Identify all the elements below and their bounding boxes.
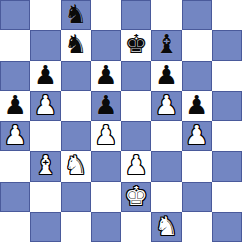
black-king-icon: ♚	[124, 30, 147, 59]
square-e6[interactable]	[121, 61, 151, 91]
square-h3[interactable]	[212, 151, 242, 181]
black-knight-icon: ♞	[64, 30, 87, 59]
square-f5[interactable]: ♟	[151, 91, 181, 121]
square-e8[interactable]	[121, 0, 151, 30]
white-pawn-icon: ♟	[124, 151, 147, 180]
square-c4[interactable]	[61, 121, 91, 151]
square-c2[interactable]	[61, 182, 91, 212]
white-pawn-icon: ♟	[34, 91, 57, 120]
white-pawn-icon: ♟	[94, 121, 117, 150]
square-e1[interactable]	[121, 212, 151, 242]
square-a2[interactable]	[0, 182, 30, 212]
square-b6[interactable]: ♟	[30, 61, 60, 91]
square-h7[interactable]	[212, 30, 242, 60]
black-bishop-icon: ♝	[155, 30, 178, 59]
square-b4[interactable]	[30, 121, 60, 151]
square-c7[interactable]: ♞	[61, 30, 91, 60]
square-g6[interactable]	[182, 61, 212, 91]
black-pawn-icon: ♟	[155, 61, 178, 90]
square-h8[interactable]	[212, 0, 242, 30]
square-b7[interactable]	[30, 30, 60, 60]
square-f3[interactable]	[151, 151, 181, 181]
square-f4[interactable]	[151, 121, 181, 151]
square-e3[interactable]: ♟	[121, 151, 151, 181]
square-e2[interactable]: ♚	[121, 182, 151, 212]
black-pawn-icon: ♟	[34, 61, 57, 90]
square-b1[interactable]	[30, 212, 60, 242]
white-pawn-icon: ♟	[155, 91, 178, 120]
square-d8[interactable]	[91, 0, 121, 30]
white-bishop-icon: ♝	[34, 151, 57, 180]
square-d2[interactable]	[91, 182, 121, 212]
square-h5[interactable]	[212, 91, 242, 121]
square-g7[interactable]	[182, 30, 212, 60]
square-h1[interactable]	[212, 212, 242, 242]
square-d7[interactable]	[91, 30, 121, 60]
black-pawn-icon: ♟	[94, 61, 117, 90]
square-h2[interactable]	[212, 182, 242, 212]
square-g3[interactable]	[182, 151, 212, 181]
square-f1[interactable]: ♞	[151, 212, 181, 242]
square-d4[interactable]: ♟	[91, 121, 121, 151]
square-a1[interactable]	[0, 212, 30, 242]
square-e7[interactable]: ♚	[121, 30, 151, 60]
square-b3[interactable]: ♝	[30, 151, 60, 181]
square-h6[interactable]	[212, 61, 242, 91]
square-d1[interactable]	[91, 212, 121, 242]
square-d3[interactable]	[91, 151, 121, 181]
square-e4[interactable]	[121, 121, 151, 151]
square-c3[interactable]: ♞	[61, 151, 91, 181]
square-b2[interactable]	[30, 182, 60, 212]
white-knight-icon: ♞	[155, 212, 178, 241]
square-f2[interactable]	[151, 182, 181, 212]
square-g5[interactable]: ♟	[182, 91, 212, 121]
square-a4[interactable]: ♟	[0, 121, 30, 151]
square-c8[interactable]: ♞	[61, 0, 91, 30]
black-knight-icon: ♞	[64, 0, 87, 29]
black-pawn-icon: ♟	[3, 91, 26, 120]
white-pawn-icon: ♟	[3, 121, 26, 150]
square-f6[interactable]: ♟	[151, 61, 181, 91]
square-a5[interactable]: ♟	[0, 91, 30, 121]
square-a8[interactable]	[0, 0, 30, 30]
square-a7[interactable]	[0, 30, 30, 60]
square-a6[interactable]	[0, 61, 30, 91]
square-c6[interactable]	[61, 61, 91, 91]
square-c1[interactable]	[61, 212, 91, 242]
white-knight-icon: ♞	[64, 151, 87, 180]
square-e5[interactable]	[121, 91, 151, 121]
square-d5[interactable]: ♟	[91, 91, 121, 121]
black-pawn-icon: ♟	[185, 91, 208, 120]
square-g2[interactable]	[182, 182, 212, 212]
square-d6[interactable]: ♟	[91, 61, 121, 91]
square-c5[interactable]	[61, 91, 91, 121]
square-g8[interactable]	[182, 0, 212, 30]
square-a3[interactable]	[0, 151, 30, 181]
black-pawn-icon: ♟	[94, 91, 117, 120]
square-g4[interactable]: ♟	[182, 121, 212, 151]
square-g1[interactable]	[182, 212, 212, 242]
square-b5[interactable]: ♟	[30, 91, 60, 121]
chess-board: ♞♞♚♝♟♟♟♟♟♟♟♟♟♟♟♝♞♟♚♞	[0, 0, 242, 242]
square-h4[interactable]	[212, 121, 242, 151]
white-pawn-icon: ♟	[185, 121, 208, 150]
square-f8[interactable]	[151, 0, 181, 30]
square-b8[interactable]	[30, 0, 60, 30]
square-f7[interactable]: ♝	[151, 30, 181, 60]
white-king-icon: ♚	[124, 182, 147, 211]
